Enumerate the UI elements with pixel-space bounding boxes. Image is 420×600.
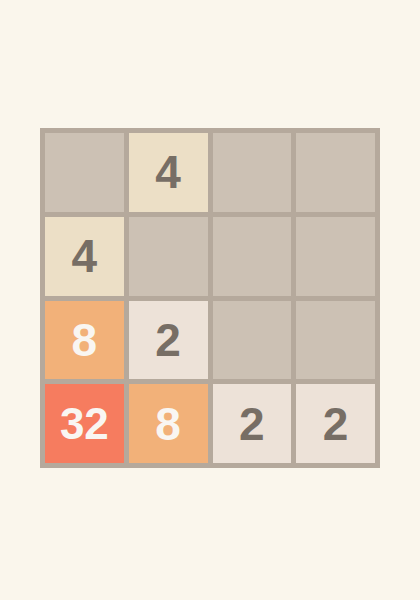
empty-cell: [45, 133, 124, 212]
empty-cell: [213, 301, 292, 380]
empty-cell: [213, 217, 292, 296]
tile-4: 4: [129, 133, 208, 212]
empty-cell: [213, 133, 292, 212]
tile-8: 8: [45, 301, 124, 380]
board[interactable]: 448232822: [40, 128, 380, 468]
page-background: { "game": "2048", "position": { "rows": …: [0, 0, 420, 600]
tile-2: 2: [213, 384, 292, 463]
empty-cell: [296, 217, 375, 296]
tile-4: 4: [45, 217, 124, 296]
tile-32: 32: [45, 384, 124, 463]
tile-8: 8: [129, 384, 208, 463]
tile-2: 2: [129, 301, 208, 380]
empty-cell: [296, 133, 375, 212]
empty-cell: [296, 301, 375, 380]
empty-cell: [129, 217, 208, 296]
tile-2: 2: [296, 384, 375, 463]
